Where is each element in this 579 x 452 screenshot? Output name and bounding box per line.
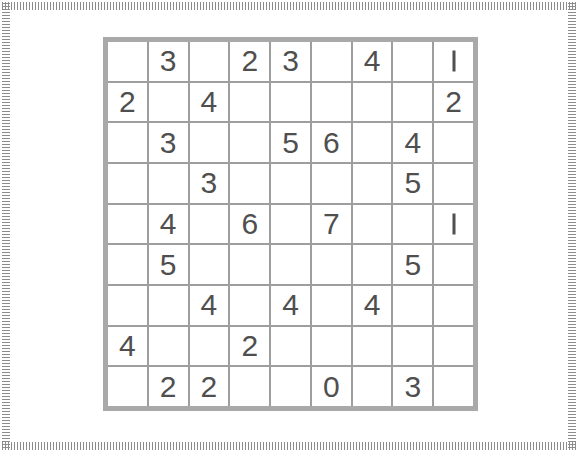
cell-r8c7[interactable] xyxy=(353,327,392,366)
cell-r5c7[interactable] xyxy=(353,205,392,244)
cell-r6c7[interactable] xyxy=(353,245,392,284)
cell-r7c4[interactable] xyxy=(230,286,269,325)
cell-r5c1[interactable] xyxy=(108,205,147,244)
cell-r8c3[interactable] xyxy=(190,327,229,366)
cell-r3c7[interactable] xyxy=(353,123,392,162)
cell-r9c9[interactable] xyxy=(434,367,473,406)
cell-r3c4[interactable] xyxy=(230,123,269,162)
cell-r6c1[interactable] xyxy=(108,245,147,284)
cell-r3c8[interactable]: 4 xyxy=(393,123,432,162)
cell-r2c2[interactable] xyxy=(149,83,188,122)
cell-r2c6[interactable] xyxy=(312,83,351,122)
cell-r1c3[interactable] xyxy=(190,42,229,81)
cell-r4c5[interactable] xyxy=(271,164,310,203)
cell-r7c8[interactable] xyxy=(393,286,432,325)
cell-r5c8[interactable] xyxy=(393,205,432,244)
cell-r7c1[interactable] xyxy=(108,286,147,325)
cell-r2c9[interactable]: 2 xyxy=(434,83,473,122)
cell-r9c4[interactable] xyxy=(230,367,269,406)
cell-r5c3[interactable] xyxy=(190,205,229,244)
cell-r3c6[interactable]: 6 xyxy=(312,123,351,162)
cell-r1c1[interactable] xyxy=(108,42,147,81)
cell-r5c9[interactable]: 1 xyxy=(434,205,473,244)
cell-r3c2[interactable]: 3 xyxy=(149,123,188,162)
cell-r6c4[interactable] xyxy=(230,245,269,284)
cell-r4c3[interactable]: 3 xyxy=(190,164,229,203)
cell-r5c5[interactable] xyxy=(271,205,310,244)
decorative-border-top xyxy=(2,2,576,10)
cell-r5c4[interactable]: 6 xyxy=(230,205,269,244)
cell-r9c3[interactable]: 2 xyxy=(190,367,229,406)
cell-r9c6[interactable]: 0 xyxy=(312,367,351,406)
cell-r1c8[interactable] xyxy=(393,42,432,81)
cell-r1c9[interactable]: 1 xyxy=(434,42,473,81)
cell-r3c1[interactable] xyxy=(108,123,147,162)
cell-r4c4[interactable] xyxy=(230,164,269,203)
cell-r5c2[interactable]: 4 xyxy=(149,205,188,244)
cell-r1c5[interactable]: 3 xyxy=(271,42,310,81)
puzzle-board: 32341242356435467155444422203 xyxy=(103,37,478,411)
cell-r7c6[interactable] xyxy=(312,286,351,325)
cell-r2c5[interactable] xyxy=(271,83,310,122)
cell-r1c2[interactable]: 3 xyxy=(149,42,188,81)
cell-r1c6[interactable] xyxy=(312,42,351,81)
cell-r8c2[interactable] xyxy=(149,327,188,366)
cell-r9c5[interactable] xyxy=(271,367,310,406)
cell-r6c5[interactable] xyxy=(271,245,310,284)
cell-r7c3[interactable]: 4 xyxy=(190,286,229,325)
cell-r9c7[interactable] xyxy=(353,367,392,406)
cell-r6c3[interactable] xyxy=(190,245,229,284)
cell-r7c7[interactable]: 4 xyxy=(353,286,392,325)
decorative-border-right xyxy=(568,3,576,449)
cell-r3c5[interactable]: 5 xyxy=(271,123,310,162)
cell-r8c6[interactable] xyxy=(312,327,351,366)
cell-r4c2[interactable] xyxy=(149,164,188,203)
decorative-border-left xyxy=(2,3,10,449)
cell-r2c8[interactable] xyxy=(393,83,432,122)
cell-r2c3[interactable]: 4 xyxy=(190,83,229,122)
cell-r7c2[interactable] xyxy=(149,286,188,325)
cell-r2c7[interactable] xyxy=(353,83,392,122)
cell-r4c6[interactable] xyxy=(312,164,351,203)
cell-r4c9[interactable] xyxy=(434,164,473,203)
cell-r7c9[interactable] xyxy=(434,286,473,325)
cell-r4c7[interactable] xyxy=(353,164,392,203)
cell-r8c5[interactable] xyxy=(271,327,310,366)
cell-r6c2[interactable]: 5 xyxy=(149,245,188,284)
cell-r1c7[interactable]: 4 xyxy=(353,42,392,81)
cell-r4c8[interactable]: 5 xyxy=(393,164,432,203)
cell-r8c4[interactable]: 2 xyxy=(230,327,269,366)
cell-r3c3[interactable] xyxy=(190,123,229,162)
cell-r6c9[interactable] xyxy=(434,245,473,284)
cell-r9c1[interactable] xyxy=(108,367,147,406)
cell-r3c9[interactable] xyxy=(434,123,473,162)
cell-r2c1[interactable]: 2 xyxy=(108,83,147,122)
cell-r1c4[interactable]: 2 xyxy=(230,42,269,81)
puzzle-page: 32341242356435467155444422203 xyxy=(0,0,579,452)
cell-r7c5[interactable]: 4 xyxy=(271,286,310,325)
cell-r8c9[interactable] xyxy=(434,327,473,366)
decorative-border-bottom xyxy=(2,442,576,450)
cell-r9c8[interactable]: 3 xyxy=(393,367,432,406)
cell-r8c8[interactable] xyxy=(393,327,432,366)
cell-r8c1[interactable]: 4 xyxy=(108,327,147,366)
cell-r6c8[interactable]: 5 xyxy=(393,245,432,284)
cell-r6c6[interactable] xyxy=(312,245,351,284)
cell-r2c4[interactable] xyxy=(230,83,269,122)
cell-r9c2[interactable]: 2 xyxy=(149,367,188,406)
cell-r4c1[interactable] xyxy=(108,164,147,203)
cell-r5c6[interactable]: 7 xyxy=(312,205,351,244)
